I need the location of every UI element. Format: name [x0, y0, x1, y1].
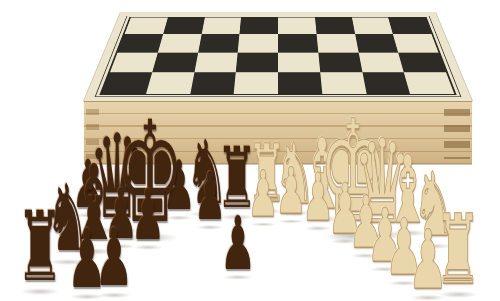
- chess-piece-light-pawn: ♟: [408, 219, 448, 301]
- finger-joints-right: [444, 109, 470, 159]
- product-photo: ♟♛♚♟♞♜♝♟♟♜♞♟♟♟♟♜♞♝♚♛♝♟♟♟♟♟♟♟♟♞♜: [0, 0, 500, 301]
- board-square: [358, 52, 404, 72]
- board-square: [278, 72, 322, 94]
- board-square: [125, 18, 168, 35]
- board-square: [315, 18, 355, 35]
- board-square: [158, 34, 202, 52]
- chess-piece-dark-pawn: ♟: [67, 218, 107, 300]
- board-top-face: [84, 13, 472, 101]
- board-square: [201, 18, 241, 35]
- board-square: [236, 52, 278, 72]
- board-square: [278, 18, 316, 35]
- board-square: [318, 52, 362, 72]
- board-square: [238, 34, 278, 52]
- board-square: [352, 18, 394, 35]
- board-square: [110, 52, 158, 72]
- board-square: [163, 18, 205, 35]
- chess-piece-dark-pawn: ♟: [220, 206, 256, 280]
- board-square: [404, 72, 454, 94]
- board-square: [388, 18, 431, 35]
- board-square: [118, 34, 163, 52]
- board-square: [398, 52, 446, 72]
- board-square: [190, 72, 236, 94]
- board-square: [240, 18, 278, 35]
- chess-piece-dark-pawn: ♟: [131, 180, 166, 250]
- board-square: [234, 72, 278, 94]
- board-square: [152, 52, 198, 72]
- board-square: [355, 34, 399, 52]
- board-square: [278, 34, 318, 52]
- chess-piece-dark-rook: ♜: [16, 199, 63, 295]
- board-square: [194, 52, 238, 72]
- board-square: [278, 52, 320, 72]
- board-square: [316, 34, 358, 52]
- checkerboard: [102, 18, 455, 95]
- board-square: [393, 34, 438, 52]
- board-square: [198, 34, 240, 52]
